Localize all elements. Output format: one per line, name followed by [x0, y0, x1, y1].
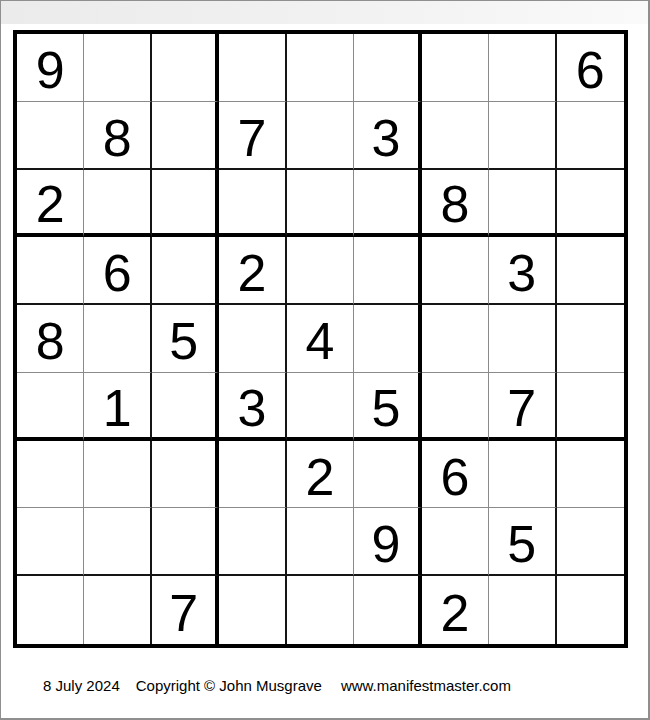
- cell-r8c3[interactable]: [152, 508, 219, 576]
- cell-r9c1[interactable]: [17, 576, 84, 644]
- cell-r8c6[interactable]: 9: [354, 508, 421, 576]
- cell-r6c1[interactable]: [17, 373, 84, 441]
- cell-r1c4[interactable]: [219, 34, 286, 102]
- cell-r8c8[interactable]: 5: [489, 508, 556, 576]
- cell-r3c1[interactable]: 2: [17, 170, 84, 238]
- cell-value: 3: [507, 247, 536, 299]
- cell-value: 8: [36, 315, 65, 367]
- cell-r7c2[interactable]: [84, 441, 151, 509]
- cell-r4c1[interactable]: [17, 237, 84, 305]
- cell-r5c6[interactable]: [354, 305, 421, 373]
- cell-r4c3[interactable]: [152, 237, 219, 305]
- cell-r6c8[interactable]: 7: [489, 373, 556, 441]
- cell-r5c7[interactable]: [422, 305, 489, 373]
- footer-copyright: Copyright © John Musgrave: [136, 677, 322, 694]
- footer-date: 8 July 2024: [43, 677, 120, 694]
- cell-r1c1[interactable]: 9: [17, 34, 84, 102]
- cell-r1c8[interactable]: [489, 34, 556, 102]
- cell-r3c2[interactable]: [84, 170, 151, 238]
- cell-value: 3: [238, 382, 267, 434]
- cell-r2c9[interactable]: [557, 102, 624, 170]
- cell-value: 3: [371, 112, 400, 164]
- cell-r7c6[interactable]: [354, 441, 421, 509]
- cell-value: 7: [507, 382, 536, 434]
- cell-r4c2[interactable]: 6: [84, 237, 151, 305]
- cell-r8c4[interactable]: [219, 508, 286, 576]
- cell-value: 5: [507, 518, 536, 570]
- cell-r3c7[interactable]: 8: [422, 170, 489, 238]
- cell-r5c2[interactable]: [84, 305, 151, 373]
- cell-r5c9[interactable]: [557, 305, 624, 373]
- cell-r6c7[interactable]: [422, 373, 489, 441]
- cell-r4c7[interactable]: [422, 237, 489, 305]
- cell-r2c3[interactable]: [152, 102, 219, 170]
- sudoku-board: 96873286238541357269572: [13, 30, 628, 648]
- cell-r1c5[interactable]: [287, 34, 354, 102]
- cell-r6c2[interactable]: 1: [84, 373, 151, 441]
- cell-r6c6[interactable]: 5: [354, 373, 421, 441]
- cell-r1c7[interactable]: [422, 34, 489, 102]
- cell-r4c8[interactable]: 3: [489, 237, 556, 305]
- cell-value: 2: [440, 587, 469, 639]
- cell-r3c4[interactable]: [219, 170, 286, 238]
- cell-value: 6: [576, 44, 605, 96]
- footer-website: www.manifestmaster.com: [341, 677, 511, 694]
- cell-r4c4[interactable]: 2: [219, 237, 286, 305]
- cell-value: 7: [169, 587, 198, 639]
- cell-value: 6: [440, 451, 469, 503]
- cell-r9c4[interactable]: [219, 576, 286, 644]
- cell-r6c9[interactable]: [557, 373, 624, 441]
- cell-value: 2: [36, 178, 65, 230]
- cell-r3c8[interactable]: [489, 170, 556, 238]
- cell-value: 9: [36, 44, 65, 96]
- cell-r8c5[interactable]: [287, 508, 354, 576]
- cell-r7c3[interactable]: [152, 441, 219, 509]
- cell-r7c4[interactable]: [219, 441, 286, 509]
- cell-value: 9: [371, 518, 400, 570]
- cell-r7c7[interactable]: 6: [422, 441, 489, 509]
- cell-r9c9[interactable]: [557, 576, 624, 644]
- cell-value: 4: [306, 315, 335, 367]
- cell-r1c2[interactable]: [84, 34, 151, 102]
- cell-value: 2: [306, 451, 335, 503]
- cell-r1c3[interactable]: [152, 34, 219, 102]
- cell-r5c1[interactable]: 8: [17, 305, 84, 373]
- cell-r2c5[interactable]: [287, 102, 354, 170]
- cell-value: 6: [103, 247, 132, 299]
- cell-r9c8[interactable]: [489, 576, 556, 644]
- cell-r6c3[interactable]: [152, 373, 219, 441]
- cell-r5c4[interactable]: [219, 305, 286, 373]
- cell-r7c8[interactable]: [489, 441, 556, 509]
- footer: 8 July 2024Copyright © John Musgravewww.…: [43, 676, 511, 696]
- cell-r6c4[interactable]: 3: [219, 373, 286, 441]
- cell-r9c6[interactable]: [354, 576, 421, 644]
- cell-r3c9[interactable]: [557, 170, 624, 238]
- cell-r2c2[interactable]: 8: [84, 102, 151, 170]
- cell-value: 5: [169, 315, 198, 367]
- cell-r2c4[interactable]: 7: [219, 102, 286, 170]
- cell-r9c5[interactable]: [287, 576, 354, 644]
- cell-r9c3[interactable]: 7: [152, 576, 219, 644]
- cell-r8c2[interactable]: [84, 508, 151, 576]
- cell-r7c5[interactable]: 2: [287, 441, 354, 509]
- cell-r2c1[interactable]: [17, 102, 84, 170]
- cell-r6c5[interactable]: [287, 373, 354, 441]
- cell-r2c6[interactable]: 3: [354, 102, 421, 170]
- cell-r9c7[interactable]: 2: [422, 576, 489, 644]
- cell-value: 5: [371, 382, 400, 434]
- cell-r5c5[interactable]: 4: [287, 305, 354, 373]
- cell-r7c1[interactable]: [17, 441, 84, 509]
- cell-r1c9[interactable]: 6: [557, 34, 624, 102]
- cell-value: 2: [238, 247, 267, 299]
- cell-r7c9[interactable]: [557, 441, 624, 509]
- cell-value: 1: [103, 382, 132, 434]
- cell-r8c1[interactable]: [17, 508, 84, 576]
- puzzle-page: 96873286238541357269572 8 July 2024Copyr…: [0, 0, 650, 720]
- cell-r8c7[interactable]: [422, 508, 489, 576]
- window-header-band: [1, 1, 648, 24]
- cell-r1c6[interactable]: [354, 34, 421, 102]
- cell-r2c8[interactable]: [489, 102, 556, 170]
- cell-r9c2[interactable]: [84, 576, 151, 644]
- cell-r4c9[interactable]: [557, 237, 624, 305]
- cell-r8c9[interactable]: [557, 508, 624, 576]
- cell-value: 8: [440, 178, 469, 230]
- cell-value: 7: [238, 112, 267, 164]
- cell-r3c6[interactable]: [354, 170, 421, 238]
- cell-r4c5[interactable]: [287, 237, 354, 305]
- cell-r3c3[interactable]: [152, 170, 219, 238]
- cell-r5c3[interactable]: 5: [152, 305, 219, 373]
- cell-r3c5[interactable]: [287, 170, 354, 238]
- cell-r4c6[interactable]: [354, 237, 421, 305]
- cell-value: 8: [103, 112, 132, 164]
- cell-r2c7[interactable]: [422, 102, 489, 170]
- cell-r5c8[interactable]: [489, 305, 556, 373]
